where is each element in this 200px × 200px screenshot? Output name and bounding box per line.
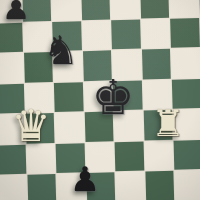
pieces-layer: ♟♞♚♛♜♟ (0, 0, 200, 200)
white-rook-piece: ♜ (151, 105, 184, 142)
black-pawn-piece: ♟ (70, 162, 100, 196)
black-king-piece: ♚ (91, 73, 134, 121)
white-queen-piece: ♛ (11, 104, 50, 148)
chess-board-photo: ♟♞♚♛♜♟ (0, 0, 200, 200)
black-pawn-piece: ♟ (2, 0, 31, 24)
black-knight-piece: ♞ (43, 30, 79, 70)
